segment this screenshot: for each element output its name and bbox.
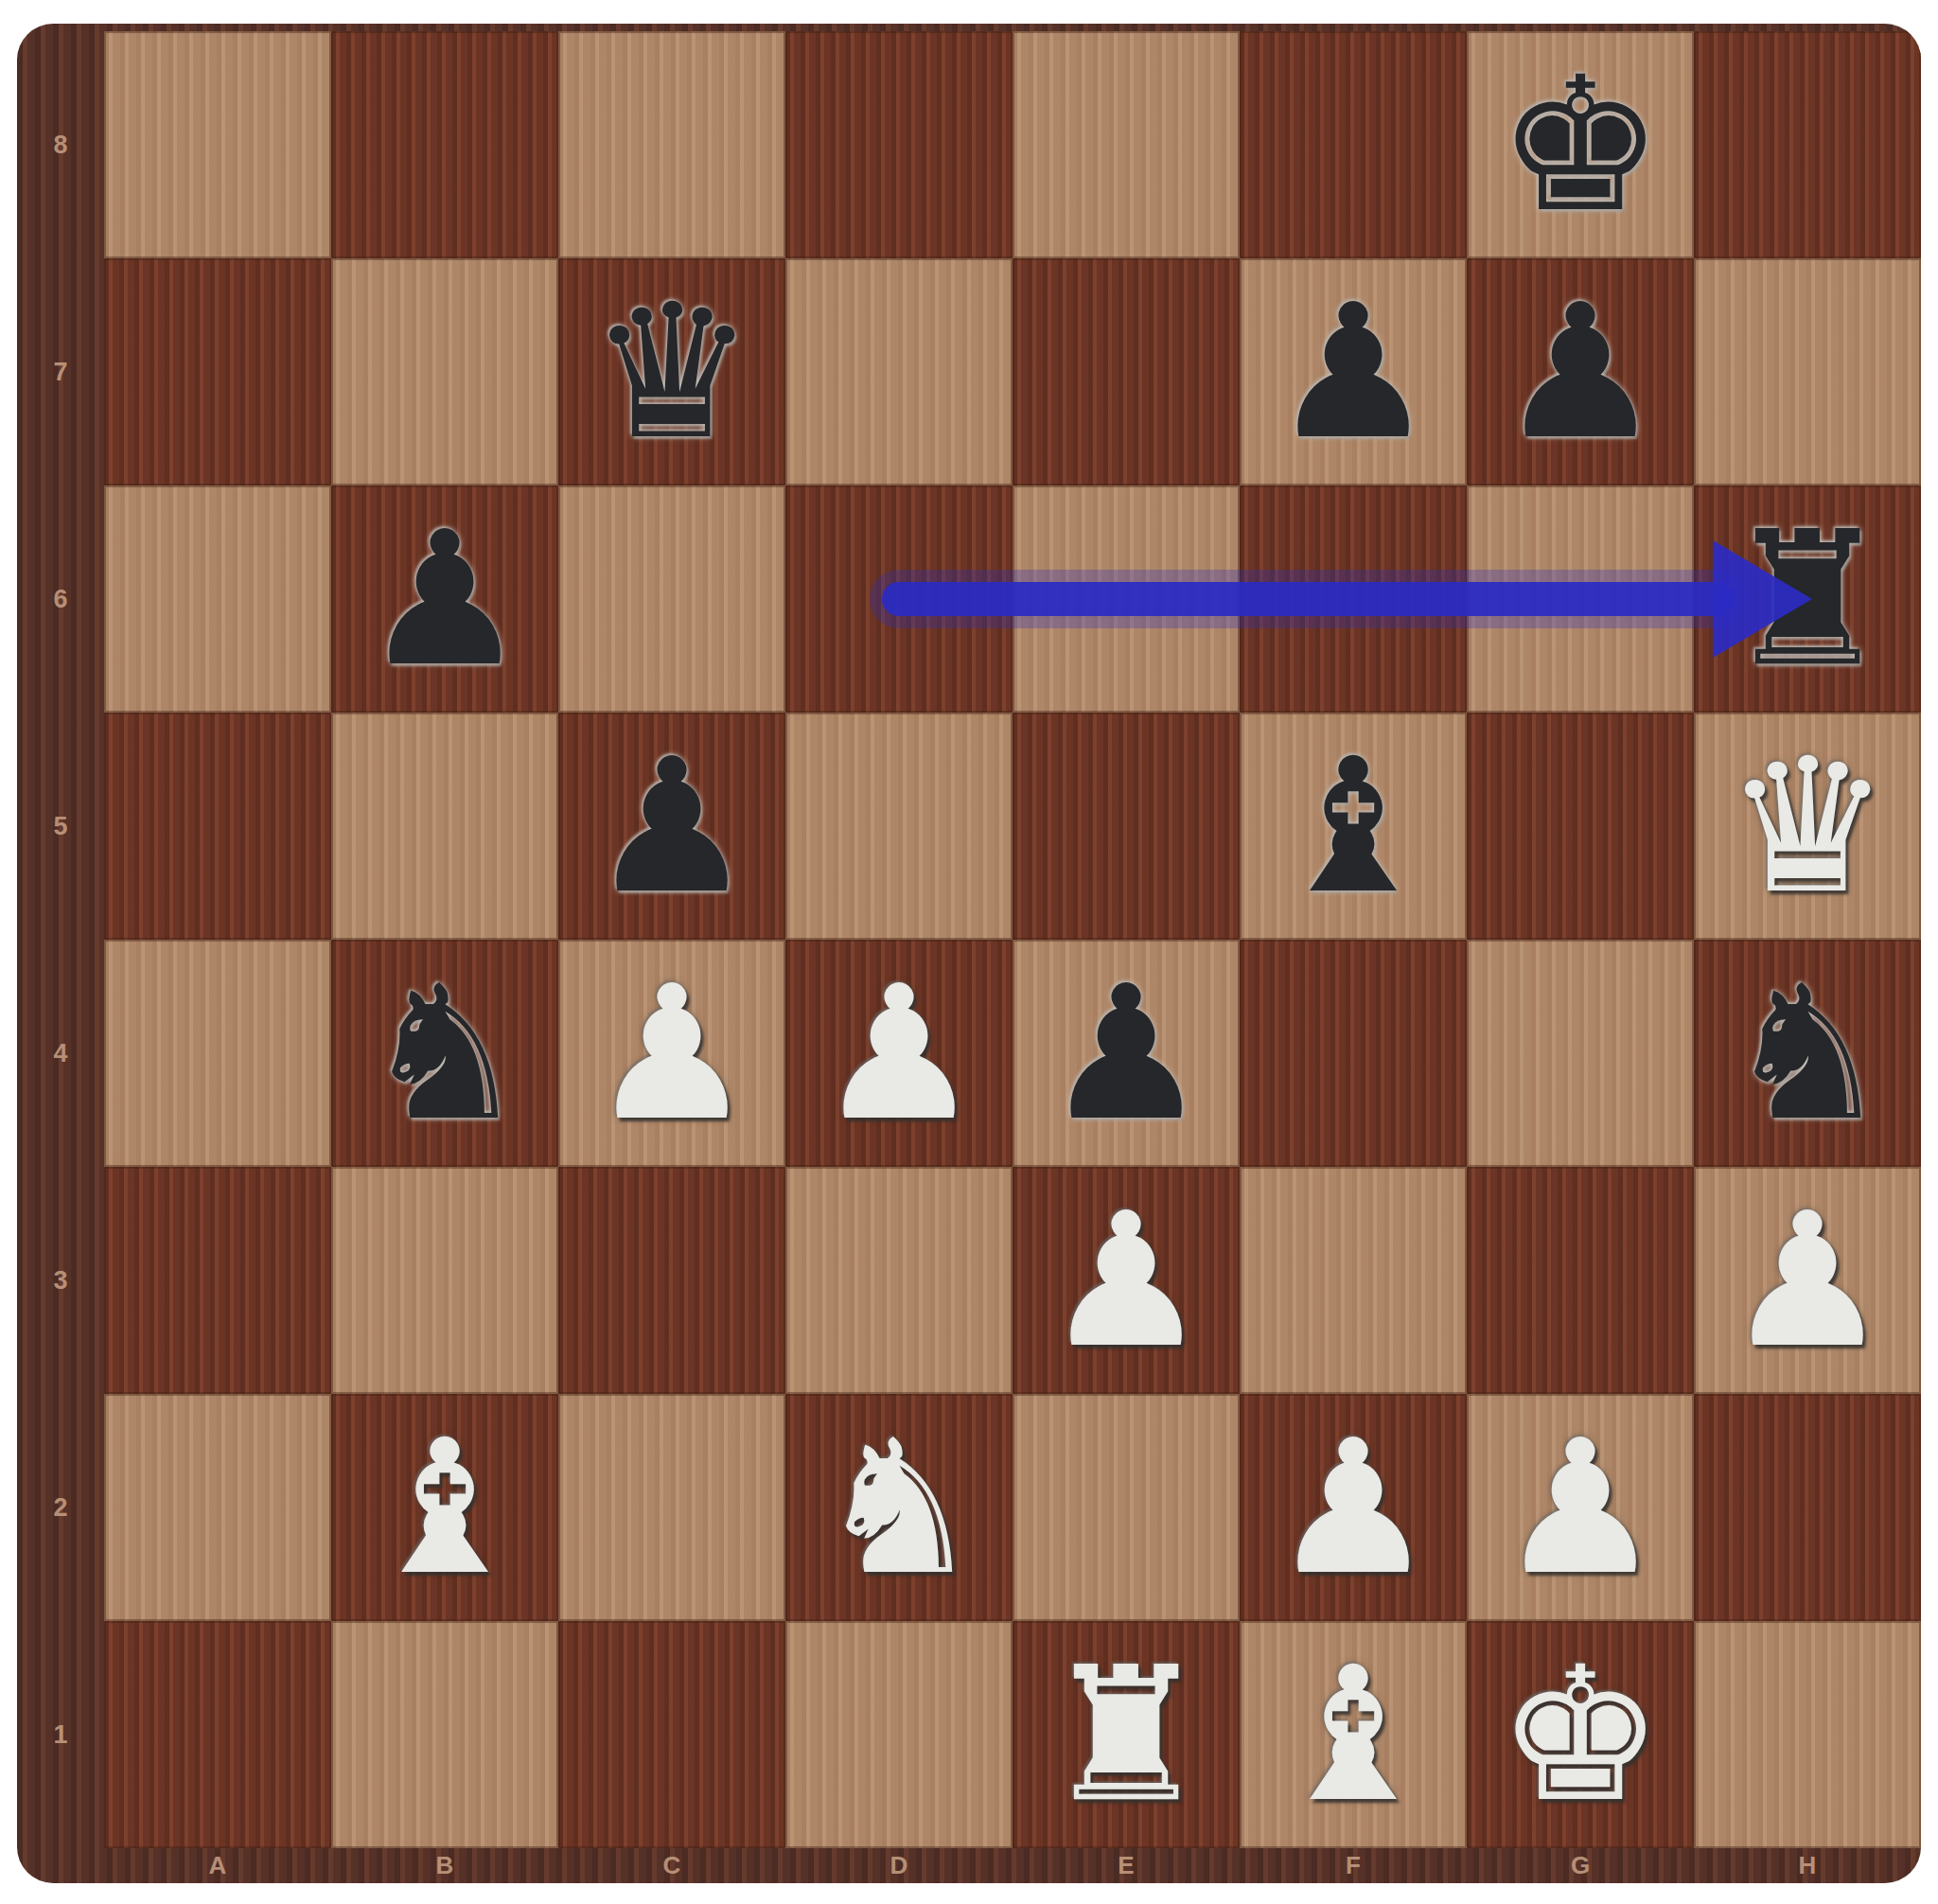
rank-label-2: 2 (17, 1493, 104, 1523)
square-d5[interactable] (785, 713, 1013, 940)
square-g2[interactable]: ♟ (1467, 1394, 1694, 1621)
piece-white-knight-d2[interactable]: ♞ (816, 1415, 982, 1600)
square-d8[interactable] (785, 31, 1013, 258)
square-f1[interactable]: ♝ (1240, 1621, 1467, 1848)
square-e2[interactable] (1013, 1394, 1240, 1621)
square-g1[interactable]: ♚ (1467, 1621, 1694, 1848)
piece-white-king-g1[interactable]: ♚ (1497, 1642, 1664, 1827)
square-h7[interactable] (1694, 258, 1921, 485)
square-h3[interactable]: ♟ (1694, 1167, 1921, 1394)
piece-white-pawn-e3[interactable]: ♟ (1043, 1188, 1209, 1373)
square-e8[interactable] (1013, 31, 1240, 258)
square-c6[interactable] (558, 485, 785, 713)
rank-label-8: 8 (17, 131, 104, 160)
square-b7[interactable] (331, 258, 558, 485)
square-g6[interactable] (1467, 485, 1694, 713)
square-h2[interactable] (1694, 1394, 1921, 1621)
file-label-g: G (1467, 1850, 1694, 1880)
rank-label-5: 5 (17, 812, 104, 841)
square-b1[interactable] (331, 1621, 558, 1848)
square-c2[interactable] (558, 1394, 785, 1621)
square-c4[interactable]: ♟ (558, 940, 785, 1167)
piece-white-pawn-f2[interactable]: ♟ (1270, 1415, 1436, 1600)
piece-black-pawn-g7[interactable]: ♟ (1497, 279, 1664, 465)
square-d1[interactable] (785, 1621, 1013, 1848)
chess-board-screenshot: ♚♛♟♟♟♜♟♝♛♞♟♟♟♞♟♟♝♞♟♟♜♝♚ 87654321 ABCDEFG… (0, 0, 1938, 1904)
piece-white-bishop-f1[interactable]: ♝ (1270, 1642, 1436, 1827)
square-a7[interactable] (104, 258, 331, 485)
file-label-e: E (1013, 1850, 1240, 1880)
square-h4[interactable]: ♞ (1694, 940, 1921, 1167)
square-f3[interactable] (1240, 1167, 1467, 1394)
rank-label-4: 4 (17, 1039, 104, 1068)
square-f4[interactable] (1240, 940, 1467, 1167)
piece-white-pawn-c4[interactable]: ♟ (589, 961, 755, 1146)
piece-black-pawn-f7[interactable]: ♟ (1270, 279, 1436, 465)
file-label-b: B (331, 1850, 558, 1880)
piece-white-queen-h5[interactable]: ♛ (1724, 733, 1891, 919)
piece-black-knight-h4[interactable]: ♞ (1724, 961, 1891, 1146)
square-f2[interactable]: ♟ (1240, 1394, 1467, 1621)
square-b6[interactable]: ♟ (331, 485, 558, 713)
square-d4[interactable]: ♟ (785, 940, 1013, 1167)
file-label-h: H (1694, 1850, 1921, 1880)
piece-white-bishop-b2[interactable]: ♝ (361, 1415, 528, 1600)
square-c3[interactable] (558, 1167, 785, 1394)
square-a2[interactable] (104, 1394, 331, 1621)
rank-label-1: 1 (17, 1720, 104, 1750)
square-h1[interactable] (1694, 1621, 1921, 1848)
piece-black-knight-b4[interactable]: ♞ (361, 961, 528, 1146)
square-h8[interactable] (1694, 31, 1921, 258)
square-b4[interactable]: ♞ (331, 940, 558, 1167)
square-a1[interactable] (104, 1621, 331, 1848)
square-d3[interactable] (785, 1167, 1013, 1394)
square-c7[interactable]: ♛ (558, 258, 785, 485)
square-f5[interactable]: ♝ (1240, 713, 1467, 940)
square-d7[interactable] (785, 258, 1013, 485)
square-e3[interactable]: ♟ (1013, 1167, 1240, 1394)
square-f6[interactable] (1240, 485, 1467, 713)
square-e6[interactable] (1013, 485, 1240, 713)
square-b5[interactable] (331, 713, 558, 940)
piece-white-pawn-g2[interactable]: ♟ (1497, 1415, 1664, 1600)
board-grid: ♚♛♟♟♟♜♟♝♛♞♟♟♟♞♟♟♝♞♟♟♜♝♚ (104, 31, 1921, 1848)
square-d6[interactable] (785, 485, 1013, 713)
square-g7[interactable]: ♟ (1467, 258, 1694, 485)
rank-label-6: 6 (17, 585, 104, 614)
piece-black-king-g8[interactable]: ♚ (1497, 52, 1664, 238)
piece-black-pawn-b6[interactable]: ♟ (361, 506, 528, 692)
square-b3[interactable] (331, 1167, 558, 1394)
file-label-c: C (558, 1850, 785, 1880)
square-c5[interactable]: ♟ (558, 713, 785, 940)
piece-white-pawn-h3[interactable]: ♟ (1724, 1188, 1891, 1373)
square-h5[interactable]: ♛ (1694, 713, 1921, 940)
square-g5[interactable] (1467, 713, 1694, 940)
file-label-a: A (104, 1850, 331, 1880)
square-c1[interactable] (558, 1621, 785, 1848)
square-a5[interactable] (104, 713, 331, 940)
piece-black-rook-h6[interactable]: ♜ (1724, 506, 1891, 692)
piece-black-pawn-c5[interactable]: ♟ (589, 733, 755, 919)
square-e5[interactable] (1013, 713, 1240, 940)
square-f7[interactable]: ♟ (1240, 258, 1467, 485)
square-g8[interactable]: ♚ (1467, 31, 1694, 258)
piece-white-rook-e1[interactable]: ♜ (1043, 1642, 1209, 1827)
piece-white-pawn-d4[interactable]: ♟ (816, 961, 982, 1146)
square-e4[interactable]: ♟ (1013, 940, 1240, 1167)
file-label-f: F (1240, 1850, 1467, 1880)
square-b2[interactable]: ♝ (331, 1394, 558, 1621)
square-e7[interactable] (1013, 258, 1240, 485)
square-g4[interactable] (1467, 940, 1694, 1167)
square-e1[interactable]: ♜ (1013, 1621, 1240, 1848)
square-f8[interactable] (1240, 31, 1467, 258)
square-a3[interactable] (104, 1167, 331, 1394)
piece-black-queen-c7[interactable]: ♛ (589, 279, 755, 465)
square-b8[interactable] (331, 31, 558, 258)
rank-label-7: 7 (17, 358, 104, 387)
square-d2[interactable]: ♞ (785, 1394, 1013, 1621)
file-label-d: D (785, 1850, 1013, 1880)
rank-label-3: 3 (17, 1266, 104, 1296)
piece-black-bishop-f5[interactable]: ♝ (1270, 733, 1436, 919)
square-c8[interactable] (558, 31, 785, 258)
square-g3[interactable] (1467, 1167, 1694, 1394)
square-h6[interactable]: ♜ (1694, 485, 1921, 713)
square-a8[interactable] (104, 31, 331, 258)
square-a4[interactable] (104, 940, 331, 1167)
piece-black-pawn-e4[interactable]: ♟ (1043, 961, 1209, 1146)
chess-board: ♚♛♟♟♟♜♟♝♛♞♟♟♟♞♟♟♝♞♟♟♜♝♚ 87654321 ABCDEFG… (17, 24, 1921, 1883)
square-a6[interactable] (104, 485, 331, 713)
